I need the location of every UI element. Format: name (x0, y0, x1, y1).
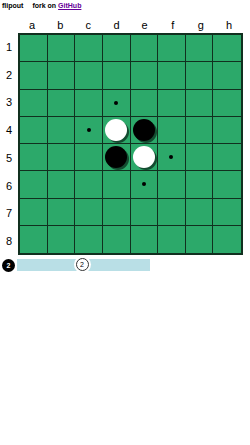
col-label-d: d (102, 18, 130, 32)
cell-c7[interactable] (75, 199, 103, 226)
cell-e6[interactable] (131, 171, 159, 198)
cell-c5[interactable] (75, 144, 103, 171)
cell-d4[interactable] (103, 117, 131, 144)
col-label-b: b (46, 18, 74, 32)
legal-move-dot-d3 (114, 101, 118, 105)
column-labels: abcdefgh (18, 18, 243, 32)
cell-d3[interactable] (103, 90, 131, 117)
cell-c3[interactable] (75, 90, 103, 117)
white-disc-d4 (105, 119, 127, 141)
cell-d5[interactable] (103, 144, 131, 171)
row-label-4: 4 (0, 116, 18, 144)
black-score: 2 (7, 262, 11, 269)
cell-c8[interactable] (75, 226, 103, 253)
cell-f4[interactable] (158, 117, 186, 144)
col-label-c: c (74, 18, 102, 32)
cell-e4[interactable] (131, 117, 159, 144)
col-label-f: f (159, 18, 187, 32)
cell-c1[interactable] (75, 35, 103, 62)
col-label-g: g (187, 18, 215, 32)
row-label-6: 6 (0, 172, 18, 200)
cell-g8[interactable] (186, 226, 214, 253)
cell-b4[interactable] (48, 117, 76, 144)
white-score: 2 (80, 261, 84, 268)
row-label-8: 8 (0, 227, 18, 255)
cell-a6[interactable] (20, 171, 48, 198)
cell-h3[interactable] (213, 90, 241, 117)
cell-h2[interactable] (213, 62, 241, 89)
cell-e8[interactable] (131, 226, 159, 253)
app-title: flipout (2, 2, 23, 9)
black-score-disc: 2 (2, 259, 15, 272)
cell-g2[interactable] (186, 62, 214, 89)
cell-e3[interactable] (131, 90, 159, 117)
cell-e7[interactable] (131, 199, 159, 226)
score-bar: 2 2 (2, 258, 248, 272)
row-label-5: 5 (0, 144, 18, 172)
row-label-3: 3 (0, 89, 18, 117)
cell-b8[interactable] (48, 226, 76, 253)
cell-h8[interactable] (213, 226, 241, 253)
black-disc-d5 (105, 146, 127, 168)
cell-g7[interactable] (186, 199, 214, 226)
cell-b3[interactable] (48, 90, 76, 117)
cell-d7[interactable] (103, 199, 131, 226)
othello-board (18, 33, 243, 255)
cell-e2[interactable] (131, 62, 159, 89)
cell-a8[interactable] (20, 226, 48, 253)
cell-g4[interactable] (186, 117, 214, 144)
cell-e1[interactable] (131, 35, 159, 62)
flipout-app: flipout fork on GitHub abcdefgh 12345678… (0, 0, 250, 445)
cell-b2[interactable] (48, 62, 76, 89)
cell-c4[interactable] (75, 117, 103, 144)
col-label-e: e (131, 18, 159, 32)
cell-f6[interactable] (158, 171, 186, 198)
cell-h1[interactable] (213, 35, 241, 62)
cell-a1[interactable] (20, 35, 48, 62)
cell-f3[interactable] (158, 90, 186, 117)
cell-c2[interactable] (75, 62, 103, 89)
col-label-h: h (215, 18, 243, 32)
cell-h6[interactable] (213, 171, 241, 198)
cell-d1[interactable] (103, 35, 131, 62)
cell-g3[interactable] (186, 90, 214, 117)
cell-a2[interactable] (20, 62, 48, 89)
row-label-2: 2 (0, 61, 18, 89)
cell-b1[interactable] (48, 35, 76, 62)
cell-c6[interactable] (75, 171, 103, 198)
black-disc-e4 (133, 119, 155, 141)
cell-d6[interactable] (103, 171, 131, 198)
cell-e5[interactable] (131, 144, 159, 171)
app-header: flipout fork on GitHub (2, 2, 81, 9)
row-label-7: 7 (0, 200, 18, 228)
legal-move-dot-f5 (169, 155, 173, 159)
legal-move-dot-c4 (87, 128, 91, 132)
col-label-a: a (18, 18, 46, 32)
cell-h5[interactable] (213, 144, 241, 171)
cell-b7[interactable] (48, 199, 76, 226)
cell-f1[interactable] (158, 35, 186, 62)
cell-d8[interactable] (103, 226, 131, 253)
cell-f8[interactable] (158, 226, 186, 253)
github-link[interactable]: GitHub (58, 2, 81, 9)
white-score-marker[interactable]: 2 (76, 258, 89, 271)
row-label-1: 1 (0, 33, 18, 61)
row-labels: 12345678 (0, 33, 18, 255)
cell-h7[interactable] (213, 199, 241, 226)
legal-move-dot-e6 (142, 182, 146, 186)
cell-a5[interactable] (20, 144, 48, 171)
cell-b5[interactable] (48, 144, 76, 171)
cell-b6[interactable] (48, 171, 76, 198)
cell-a7[interactable] (20, 199, 48, 226)
cell-g5[interactable] (186, 144, 214, 171)
cell-f7[interactable] (158, 199, 186, 226)
white-disc-e5 (133, 146, 155, 168)
cell-f5[interactable] (158, 144, 186, 171)
eval-bar[interactable]: 2 (17, 259, 150, 271)
cell-a4[interactable] (20, 117, 48, 144)
fork-prefix: fork on (32, 2, 56, 9)
cell-g1[interactable] (186, 35, 214, 62)
cell-f2[interactable] (158, 62, 186, 89)
cell-g6[interactable] (186, 171, 214, 198)
cell-a3[interactable] (20, 90, 48, 117)
fork-text: fork on GitHub (32, 2, 81, 9)
cell-h4[interactable] (213, 117, 241, 144)
cell-d2[interactable] (103, 62, 131, 89)
